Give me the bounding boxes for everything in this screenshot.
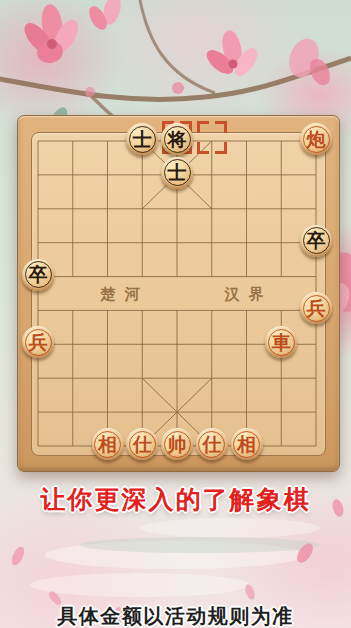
piece-black-卒[interactable]: 卒 [22,259,54,291]
piece-red-仕[interactable]: 仕 [196,428,228,460]
piece-red-帅[interactable]: 帅 [161,428,193,460]
piece-glyph: 帅 [168,435,187,454]
piece-glyph: 卒 [29,265,48,284]
piece-glyph: 兵 [29,333,48,352]
xiangqi-board[interactable]: 楚河 汉界 士将炮士卒卒兵兵車相仕帅仕相 [17,115,340,472]
piece-glyph: 将 [168,130,187,149]
disclaimer-text: 具体金额以活动规则为准 [0,603,351,628]
promo-headline: 让你更深入的了解象棋 [0,483,351,516]
piece-glyph: 卒 [307,231,326,250]
move-marker [197,121,227,154]
piece-glyph: 炮 [307,130,326,149]
piece-black-士[interactable]: 士 [161,157,193,189]
river-label-chu-he: 楚河 [101,285,149,304]
piece-glyph: 士 [168,163,187,182]
piece-glyph: 車 [272,333,291,352]
piece-glyph: 相 [98,435,117,454]
screenshot-root: 楚河 汉界 士将炮士卒卒兵兵車相仕帅仕相 让你更深入的了解象棋 具体金额以活动规… [0,0,351,628]
river-label-han-jie: 汉界 [225,285,273,304]
piece-black-士[interactable]: 士 [126,123,158,155]
piece-red-仕[interactable]: 仕 [126,428,158,460]
piece-glyph: 仕 [202,435,221,454]
piece-red-相[interactable]: 相 [92,428,124,460]
piece-glyph: 相 [237,435,256,454]
piece-red-炮[interactable]: 炮 [300,123,332,155]
piece-black-卒[interactable]: 卒 [300,225,332,257]
piece-glyph: 兵 [307,299,326,318]
piece-glyph: 士 [133,130,152,149]
piece-red-相[interactable]: 相 [231,428,263,460]
piece-glyph: 仕 [133,435,152,454]
piece-black-将[interactable]: 将 [161,123,193,155]
